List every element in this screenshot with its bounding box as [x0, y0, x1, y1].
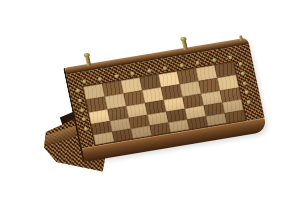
- brass-pin: [195, 61, 200, 66]
- brass-pin: [114, 74, 119, 79]
- brass-pin: [228, 55, 233, 60]
- brass-pin: [84, 127, 89, 132]
- brass-pin: [82, 117, 87, 122]
- brass-pin: [244, 90, 249, 95]
- board-square: [225, 110, 246, 123]
- hinge-left: [85, 56, 91, 66]
- board-square: [131, 126, 152, 139]
- brass-pin: [212, 58, 217, 63]
- board-square: [94, 132, 115, 145]
- brass-pin: [98, 77, 103, 82]
- board-square: [206, 114, 227, 127]
- latch-knob: [239, 35, 243, 40]
- brass-pin: [163, 66, 168, 71]
- brass-pin: [82, 79, 87, 84]
- brass-pin: [131, 71, 136, 76]
- brass-pin: [80, 108, 85, 113]
- brass-pin: [76, 89, 81, 94]
- brass-pin: [147, 69, 152, 74]
- product-photo: [0, 0, 300, 200]
- brass-pin: [240, 71, 245, 76]
- brass-pin: [78, 98, 83, 103]
- brass-pin: [238, 62, 243, 67]
- board-square: [187, 117, 208, 130]
- brass-pin: [242, 81, 247, 86]
- board-square: [112, 129, 133, 142]
- brass-pin: [179, 63, 184, 68]
- board-square: [168, 120, 189, 133]
- hinge-right: [182, 40, 188, 50]
- brass-pin: [246, 100, 251, 105]
- chess-case: [63, 37, 267, 162]
- board-square: [150, 123, 171, 136]
